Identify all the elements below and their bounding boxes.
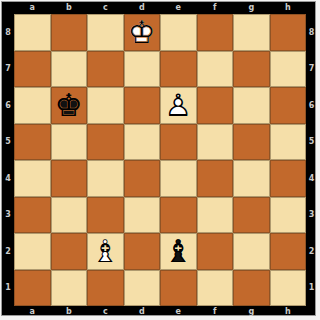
rank-label-3-right: 3 bbox=[306, 197, 317, 234]
square-a1[interactable] bbox=[14, 270, 51, 307]
square-h6[interactable] bbox=[270, 87, 307, 124]
white-bishop-glyph-outline: ♗ bbox=[87, 233, 124, 270]
rank-label-8-left: 8 bbox=[2, 14, 14, 51]
square-d3[interactable] bbox=[124, 197, 161, 234]
file-label-c-bottom: c bbox=[87, 306, 124, 317]
square-g2[interactable] bbox=[233, 233, 270, 270]
square-c3[interactable] bbox=[87, 197, 124, 234]
square-e3[interactable] bbox=[160, 197, 197, 234]
rank-label-2-right: 2 bbox=[306, 233, 317, 270]
square-e4[interactable] bbox=[160, 160, 197, 197]
square-g1[interactable] bbox=[233, 270, 270, 307]
square-c6[interactable] bbox=[87, 87, 124, 124]
black-bishop-piece[interactable]: ♝♗ bbox=[160, 233, 197, 270]
square-a8[interactable] bbox=[14, 14, 51, 51]
square-e1[interactable] bbox=[160, 270, 197, 307]
file-label-b-bottom: b bbox=[51, 306, 88, 317]
square-d2[interactable] bbox=[124, 233, 161, 270]
rank-label-8-right: 8 bbox=[306, 14, 317, 51]
file-label-d-top: d bbox=[124, 2, 161, 14]
square-e2[interactable]: ♝♗ bbox=[160, 233, 197, 270]
file-labels-bottom: abcdefgh bbox=[14, 306, 306, 317]
square-b7[interactable] bbox=[51, 51, 88, 88]
square-d8[interactable]: ♚♔ bbox=[124, 14, 161, 51]
square-e6[interactable]: ♟♙ bbox=[160, 87, 197, 124]
square-d6[interactable] bbox=[124, 87, 161, 124]
rank-label-7-left: 7 bbox=[2, 51, 14, 88]
square-c1[interactable] bbox=[87, 270, 124, 307]
square-e5[interactable] bbox=[160, 124, 197, 161]
square-b3[interactable] bbox=[51, 197, 88, 234]
rank-label-1-right: 1 bbox=[306, 270, 317, 307]
white-king-glyph-outline: ♔ bbox=[124, 14, 161, 51]
square-c4[interactable] bbox=[87, 160, 124, 197]
square-h4[interactable] bbox=[270, 160, 307, 197]
square-a7[interactable] bbox=[14, 51, 51, 88]
square-f7[interactable] bbox=[197, 51, 234, 88]
rank-label-2-left: 2 bbox=[2, 233, 14, 270]
square-a4[interactable] bbox=[14, 160, 51, 197]
rank-label-3-left: 3 bbox=[2, 197, 14, 234]
square-f2[interactable] bbox=[197, 233, 234, 270]
file-label-g-top: g bbox=[233, 2, 270, 14]
square-d7[interactable] bbox=[124, 51, 161, 88]
square-g4[interactable] bbox=[233, 160, 270, 197]
file-label-e-bottom: e bbox=[160, 306, 197, 317]
square-b5[interactable] bbox=[51, 124, 88, 161]
square-h2[interactable] bbox=[270, 233, 307, 270]
square-f3[interactable] bbox=[197, 197, 234, 234]
file-label-f-top: f bbox=[197, 2, 234, 14]
rank-label-4-right: 4 bbox=[306, 160, 317, 197]
file-label-f-bottom: f bbox=[197, 306, 234, 317]
square-h3[interactable] bbox=[270, 197, 307, 234]
rank-label-1-left: 1 bbox=[2, 270, 14, 307]
white-pawn-glyph-outline: ♙ bbox=[160, 87, 197, 124]
square-g6[interactable] bbox=[233, 87, 270, 124]
square-b6[interactable]: ♚♔ bbox=[51, 87, 88, 124]
black-king-piece[interactable]: ♚♔ bbox=[51, 87, 88, 124]
file-label-h-top: h bbox=[270, 2, 307, 14]
white-king-piece[interactable]: ♚♔ bbox=[124, 14, 161, 51]
square-f8[interactable] bbox=[197, 14, 234, 51]
square-c7[interactable] bbox=[87, 51, 124, 88]
white-pawn-piece[interactable]: ♟♙ bbox=[160, 87, 197, 124]
file-label-a-top: a bbox=[14, 2, 51, 14]
square-f5[interactable] bbox=[197, 124, 234, 161]
square-g5[interactable] bbox=[233, 124, 270, 161]
file-label-a-bottom: a bbox=[14, 306, 51, 317]
file-label-h-bottom: h bbox=[270, 306, 307, 317]
square-a6[interactable] bbox=[14, 87, 51, 124]
square-g7[interactable] bbox=[233, 51, 270, 88]
file-label-d-bottom: d bbox=[124, 306, 161, 317]
square-g8[interactable] bbox=[233, 14, 270, 51]
chess-diagram: abcdefgh abcdefgh 87654321 87654321 ♚♔♚♔… bbox=[0, 0, 320, 320]
square-a2[interactable] bbox=[14, 233, 51, 270]
square-d1[interactable] bbox=[124, 270, 161, 307]
rank-labels-right: 87654321 bbox=[306, 14, 317, 306]
square-a5[interactable] bbox=[14, 124, 51, 161]
square-b2[interactable] bbox=[51, 233, 88, 270]
file-labels-top: abcdefgh bbox=[14, 2, 306, 14]
square-a3[interactable] bbox=[14, 197, 51, 234]
square-f1[interactable] bbox=[197, 270, 234, 307]
square-f6[interactable] bbox=[197, 87, 234, 124]
black-king-glyph-outline: ♔ bbox=[51, 87, 88, 124]
square-c8[interactable] bbox=[87, 14, 124, 51]
square-h5[interactable] bbox=[270, 124, 307, 161]
square-b8[interactable] bbox=[51, 14, 88, 51]
square-d5[interactable] bbox=[124, 124, 161, 161]
square-b4[interactable] bbox=[51, 160, 88, 197]
file-label-e-top: e bbox=[160, 2, 197, 14]
square-b1[interactable] bbox=[51, 270, 88, 307]
square-g3[interactable] bbox=[233, 197, 270, 234]
rank-label-5-left: 5 bbox=[2, 124, 14, 161]
square-h1[interactable] bbox=[270, 270, 307, 307]
rank-label-6-right: 6 bbox=[306, 87, 317, 124]
black-bishop-glyph-outline: ♗ bbox=[160, 233, 197, 270]
file-label-g-bottom: g bbox=[233, 306, 270, 317]
square-e8[interactable] bbox=[160, 14, 197, 51]
square-e7[interactable] bbox=[160, 51, 197, 88]
white-bishop-piece[interactable]: ♝♗ bbox=[87, 233, 124, 270]
square-c5[interactable] bbox=[87, 124, 124, 161]
chessboard: ♚♔♚♔♟♙♝♗♝♗ bbox=[14, 14, 306, 306]
square-d4[interactable] bbox=[124, 160, 161, 197]
square-f4[interactable] bbox=[197, 160, 234, 197]
square-c2[interactable]: ♝♗ bbox=[87, 233, 124, 270]
board-frame: abcdefgh abcdefgh 87654321 87654321 ♚♔♚♔… bbox=[1, 1, 316, 316]
rank-label-7-right: 7 bbox=[306, 51, 317, 88]
rank-label-5-right: 5 bbox=[306, 124, 317, 161]
rank-labels-left: 87654321 bbox=[2, 14, 14, 306]
file-label-c-top: c bbox=[87, 2, 124, 14]
square-h7[interactable] bbox=[270, 51, 307, 88]
file-label-b-top: b bbox=[51, 2, 88, 14]
rank-label-6-left: 6 bbox=[2, 87, 14, 124]
square-h8[interactable] bbox=[270, 14, 307, 51]
rank-label-4-left: 4 bbox=[2, 160, 14, 197]
